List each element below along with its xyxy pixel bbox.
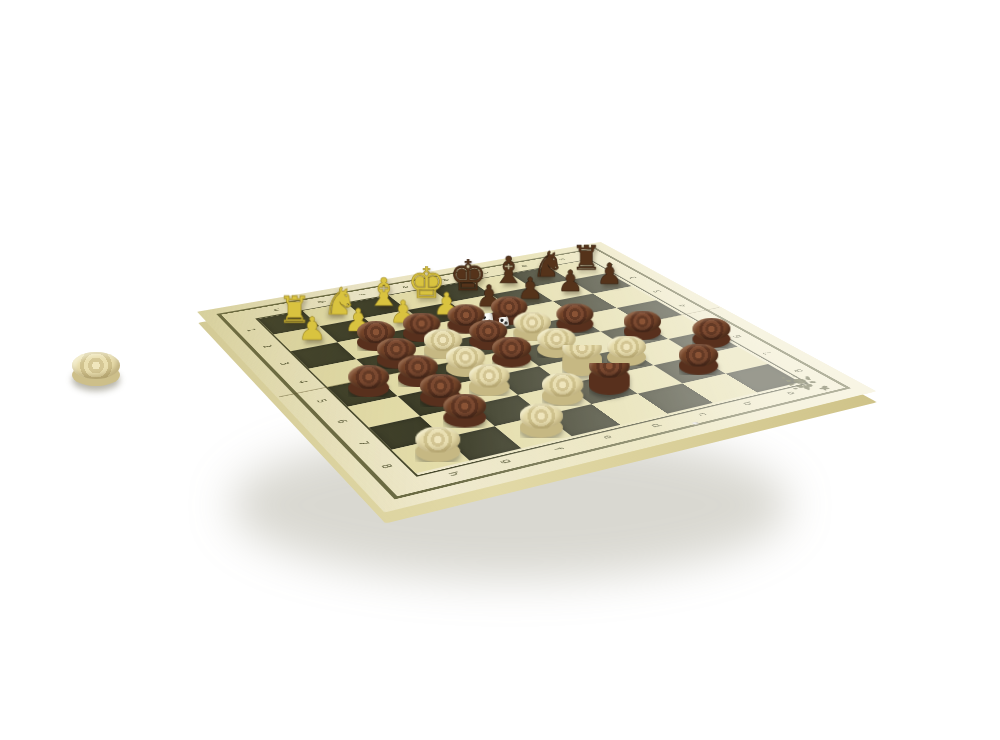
checker-brown-d7-stack[interactable]: [589, 363, 630, 395]
checker-cream-f6[interactable]: [469, 364, 510, 396]
checker-top: [624, 311, 661, 333]
checker-top: [589, 354, 630, 378]
chess-piece-brown-pawn-b2[interactable]: ♟: [557, 266, 583, 295]
checker-top: [415, 427, 460, 453]
checker-top: [542, 373, 583, 397]
checker-top: [348, 365, 389, 389]
checker-cream-f8[interactable]: [520, 403, 563, 437]
checker-brown-h5[interactable]: [348, 365, 389, 397]
checker-brown-g7[interactable]: [443, 394, 486, 428]
checker-top: [556, 303, 593, 324]
checker-top: [72, 352, 120, 379]
checker-top: [443, 394, 486, 419]
chess-piece-yellow-pawn-h2[interactable]: ♟: [298, 313, 326, 345]
checker-top: [469, 364, 510, 388]
checker-cream-off-board[interactable]: [72, 352, 120, 390]
board-grid: ♜♞♝♚♚♝♞♜♟♟♟♟♟♟♟♟: [255, 259, 809, 477]
checker-cream-h8[interactable]: [415, 427, 460, 462]
checker-top: [679, 344, 719, 367]
checker-brown-b7[interactable]: [679, 344, 719, 375]
checker-cream-e7[interactable]: [542, 373, 583, 406]
checker-brown-e5[interactable]: [492, 337, 531, 368]
checker-top: [520, 403, 563, 428]
product-photo-scene: ♜♞♝♚♚♝♞♜♟♟♟♟♟♟♟♟ 1234567812345678hgfedcb…: [0, 0, 1000, 740]
checker-top: [492, 337, 531, 360]
